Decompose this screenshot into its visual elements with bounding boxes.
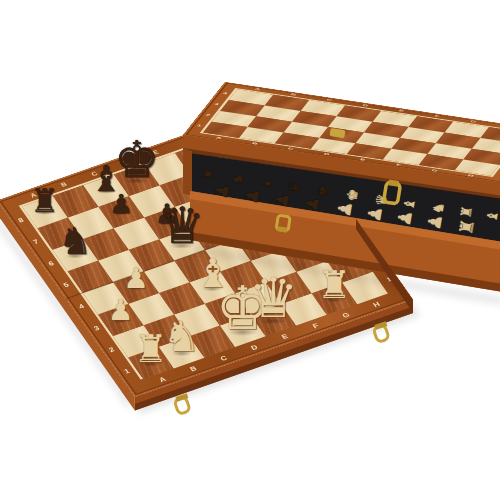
white-pawn-b4[interactable]: ♟ xyxy=(124,264,149,292)
standing-pieces: ♜♝♚♟♞♟♛♟♟♝♜♞♚♛♜ xyxy=(0,0,500,500)
black-king-d8[interactable]: ♚ xyxy=(114,135,160,186)
black-knight-a6[interactable]: ♞ xyxy=(59,223,93,260)
white-rook-g1[interactable]: ♜ xyxy=(317,266,351,304)
black-rook-a8[interactable]: ♜ xyxy=(31,185,60,217)
black-pawn-c7[interactable]: ♟ xyxy=(110,191,133,217)
white-pawn-a3[interactable]: ♟ xyxy=(108,296,134,325)
product-photo-scene: AABBCCDDEEFFGGHH1122334455667788 AABBCCD… xyxy=(0,0,500,500)
white-queen-e1[interactable]: ♛ xyxy=(249,271,298,326)
white-knight-b1[interactable]: ♞ xyxy=(163,316,201,358)
black-queen-d5[interactable]: ♛ xyxy=(160,200,205,250)
